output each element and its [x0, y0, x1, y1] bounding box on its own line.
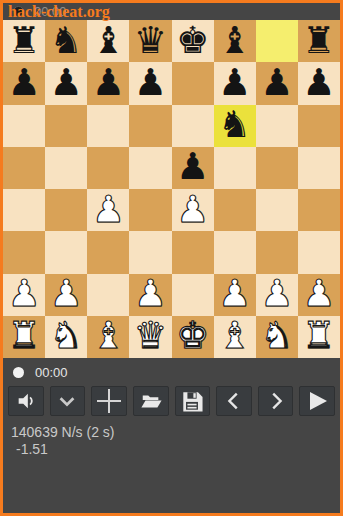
square-b8[interactable]: ♞: [45, 20, 87, 62]
piece-white-bishop[interactable]: ♝: [218, 317, 251, 354]
square-f7[interactable]: ♟: [214, 62, 256, 104]
square-h4[interactable]: [298, 189, 340, 231]
square-d2[interactable]: ♟: [129, 274, 171, 316]
chevron-left-icon: [223, 390, 245, 412]
square-f6[interactable]: ♞: [214, 105, 256, 147]
square-h3[interactable]: [298, 231, 340, 273]
square-h1[interactable]: ♜: [298, 316, 340, 358]
square-c6[interactable]: [87, 105, 129, 147]
piece-black-pawn[interactable]: ♟: [7, 64, 40, 101]
square-c5[interactable]: [87, 147, 129, 189]
piece-white-queen[interactable]: ♛: [134, 317, 167, 354]
square-e3[interactable]: [172, 231, 214, 273]
square-h8[interactable]: ♜: [298, 20, 340, 62]
square-e2[interactable]: [172, 274, 214, 316]
square-g5[interactable]: [256, 147, 298, 189]
piece-black-knight[interactable]: ♞: [218, 106, 251, 143]
piece-white-pawn[interactable]: ♟: [7, 275, 40, 312]
square-d1[interactable]: ♛: [129, 316, 171, 358]
square-h7[interactable]: ♟: [298, 62, 340, 104]
engine-output: 140639 N/s (2 s) -1.51: [3, 417, 340, 458]
piece-black-pawn[interactable]: ♟: [218, 64, 251, 101]
play-icon: [305, 389, 329, 413]
square-f4[interactable]: [214, 189, 256, 231]
square-e5[interactable]: ♟: [172, 147, 214, 189]
piece-black-king[interactable]: ♚: [176, 22, 209, 59]
piece-white-pawn[interactable]: ♟: [176, 191, 209, 228]
piece-white-pawn[interactable]: ♟: [134, 275, 167, 312]
square-e7[interactable]: [172, 62, 214, 104]
square-g6[interactable]: [256, 105, 298, 147]
piece-black-pawn[interactable]: ♟: [260, 64, 293, 101]
square-a8[interactable]: ♜: [3, 20, 45, 62]
piece-black-queen[interactable]: ♛: [134, 22, 167, 59]
square-h2[interactable]: ♟: [298, 274, 340, 316]
square-a4[interactable]: [3, 189, 45, 231]
white-clock-bar: 00:00: [3, 363, 340, 381]
previous-move-button[interactable]: [216, 386, 252, 416]
square-a7[interactable]: ♟: [3, 62, 45, 104]
watermark-text: hack-cheat.org: [8, 3, 110, 21]
square-e6[interactable]: [172, 105, 214, 147]
piece-black-knight[interactable]: ♞: [50, 22, 83, 59]
chess-board[interactable]: ♜♞♝♛♚♝♜♟♟♟♟♟♟♟♞♟♟♟♟♟♟♟♟♟♜♞♝♛♚♝♞♜: [3, 20, 340, 358]
square-c8[interactable]: ♝: [87, 20, 129, 62]
square-a1[interactable]: ♜: [3, 316, 45, 358]
square-c2[interactable]: [87, 274, 129, 316]
square-c4[interactable]: ♟: [87, 189, 129, 231]
square-g1[interactable]: ♞: [256, 316, 298, 358]
square-d8[interactable]: ♛: [129, 20, 171, 62]
open-file-button[interactable]: [133, 386, 169, 416]
square-b5[interactable]: [45, 147, 87, 189]
piece-white-king[interactable]: ♚: [176, 317, 209, 354]
square-g8[interactable]: [256, 20, 298, 62]
engine-score-text: -1.51: [11, 441, 340, 458]
square-a6[interactable]: [3, 105, 45, 147]
square-d3[interactable]: [129, 231, 171, 273]
piece-black-pawn[interactable]: ♟: [176, 148, 209, 185]
white-turn-indicator-dot: [13, 367, 24, 378]
square-f1[interactable]: ♝: [214, 316, 256, 358]
square-f3[interactable]: [214, 231, 256, 273]
square-b7[interactable]: ♟: [45, 62, 87, 104]
piece-white-pawn[interactable]: ♟: [92, 191, 125, 228]
square-c1[interactable]: ♝: [87, 316, 129, 358]
square-c3[interactable]: [87, 231, 129, 273]
square-f8[interactable]: ♝: [214, 20, 256, 62]
piece-white-pawn[interactable]: ♟: [50, 275, 83, 312]
square-d4[interactable]: [129, 189, 171, 231]
volume-button[interactable]: [8, 386, 44, 416]
piece-black-pawn[interactable]: ♟: [134, 64, 167, 101]
chevron-right-icon: [265, 390, 287, 412]
piece-white-knight[interactable]: ♞: [260, 317, 293, 354]
white-clock-time: 00:00: [35, 365, 68, 380]
piece-white-rook[interactable]: ♜: [7, 317, 40, 354]
piece-white-knight[interactable]: ♞: [50, 317, 83, 354]
piece-black-pawn[interactable]: ♟: [302, 64, 335, 101]
square-g4[interactable]: [256, 189, 298, 231]
square-g3[interactable]: [256, 231, 298, 273]
piece-white-pawn[interactable]: ♟: [218, 275, 251, 312]
piece-white-pawn[interactable]: ♟: [302, 275, 335, 312]
piece-black-pawn[interactable]: ♟: [50, 64, 83, 101]
app-window: hack-cheat.org 00:00 ♜♞♝♛♚♝♜♟♟♟♟♟♟♟♞♟♟♟♟…: [0, 0, 343, 516]
square-c7[interactable]: ♟: [87, 62, 129, 104]
plus-icon: [96, 388, 122, 414]
square-d7[interactable]: ♟: [129, 62, 171, 104]
piece-black-rook[interactable]: ♜: [302, 22, 335, 59]
piece-black-bishop[interactable]: ♝: [218, 22, 251, 59]
open-folder-icon: [139, 390, 163, 412]
square-e8[interactable]: ♚: [172, 20, 214, 62]
save-button[interactable]: [175, 386, 211, 416]
save-icon: [181, 390, 203, 412]
square-b2[interactable]: ♟: [45, 274, 87, 316]
square-g2[interactable]: ♟: [256, 274, 298, 316]
engine-nps-text: 140639 N/s (2 s): [11, 424, 340, 441]
square-e4[interactable]: ♟: [172, 189, 214, 231]
toolbar: [3, 381, 340, 417]
chevron-down-icon: [55, 390, 79, 412]
next-move-button[interactable]: [258, 386, 294, 416]
piece-white-pawn[interactable]: ♟: [260, 275, 293, 312]
square-d6[interactable]: [129, 105, 171, 147]
piece-black-bishop[interactable]: ♝: [92, 22, 125, 59]
volume-icon: [15, 390, 37, 412]
square-h5[interactable]: [298, 147, 340, 189]
play-button[interactable]: [299, 386, 335, 416]
square-f2[interactable]: ♟: [214, 274, 256, 316]
collapse-button[interactable]: [50, 386, 86, 416]
square-a2[interactable]: ♟: [3, 274, 45, 316]
square-b4[interactable]: [45, 189, 87, 231]
square-f5[interactable]: [214, 147, 256, 189]
square-b3[interactable]: [45, 231, 87, 273]
add-button[interactable]: [91, 386, 127, 416]
square-e1[interactable]: ♚: [172, 316, 214, 358]
square-h6[interactable]: [298, 105, 340, 147]
square-b1[interactable]: ♞: [45, 316, 87, 358]
square-g7[interactable]: ♟: [256, 62, 298, 104]
piece-black-rook[interactable]: ♜: [7, 22, 40, 59]
bottom-panel: 00:00: [3, 358, 340, 516]
piece-black-pawn[interactable]: ♟: [92, 64, 125, 101]
square-a5[interactable]: [3, 147, 45, 189]
square-a3[interactable]: [3, 231, 45, 273]
piece-white-bishop[interactable]: ♝: [92, 317, 125, 354]
piece-white-rook[interactable]: ♜: [302, 317, 335, 354]
square-d5[interactable]: [129, 147, 171, 189]
square-b6[interactable]: [45, 105, 87, 147]
